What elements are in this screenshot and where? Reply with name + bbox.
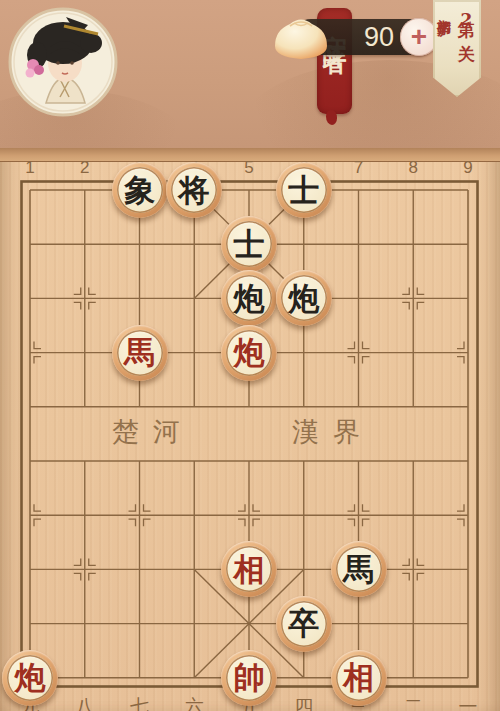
piece-black-general[interactable]: 将 <box>166 162 222 218</box>
file-labels-top: 123456789 <box>0 159 500 177</box>
piece-glyph: 炮 <box>226 330 272 376</box>
piece-red-horse[interactable]: 馬 <box>112 325 168 381</box>
file-label-top-8: 8 <box>399 159 427 177</box>
file-label-bottom-8: 二 <box>399 695 427 711</box>
file-label-bottom-6: 四 <box>290 695 318 711</box>
piece-glyph: 馬 <box>336 546 382 592</box>
file-label-bottom-2: 八 <box>71 695 99 711</box>
piece-glyph: 炮 <box>7 655 53 701</box>
file-label-top-2: 2 <box>71 159 99 177</box>
piece-black-cannon[interactable]: 炮 <box>221 270 277 326</box>
piece-black-advisor[interactable]: 士 <box>276 162 332 218</box>
file-label-top-9: 9 <box>454 159 482 177</box>
piece-glyph: 帥 <box>226 655 272 701</box>
piece-glyph: 象 <box>117 167 163 213</box>
piece-glyph: 相 <box>336 655 382 701</box>
game-screen: 守阵者 90 + <box>0 0 500 711</box>
bun-counter: 90 + <box>270 14 438 60</box>
file-label-bottom-9: 一 <box>454 695 482 711</box>
piece-glyph: 相 <box>226 546 272 592</box>
file-label-top-1: 1 <box>16 159 44 177</box>
piece-black-horse[interactable]: 馬 <box>331 541 387 597</box>
file-label-bottom-3: 七 <box>126 695 154 711</box>
river-label-right: 漢界 <box>278 414 388 450</box>
piece-glyph: 馬 <box>117 330 163 376</box>
avatar[interactable] <box>8 7 118 117</box>
piece-glyph: 士 <box>226 221 272 267</box>
piece-black-soldier[interactable]: 卒 <box>276 596 332 652</box>
avatar-portrait-icon <box>8 7 118 117</box>
piece-red-general[interactable]: 帥 <box>221 650 277 706</box>
level-subtitle: 初出茅庐 <box>436 7 454 97</box>
piece-glyph: 卒 <box>281 601 327 647</box>
file-label-top-5: 5 <box>235 159 263 177</box>
bun-icon <box>270 14 332 62</box>
river-label-left: 楚河 <box>98 414 208 450</box>
file-label-bottom-4: 六 <box>180 695 208 711</box>
piece-red-minister[interactable]: 相 <box>221 541 277 597</box>
piece-glyph: 士 <box>281 167 327 213</box>
header: 守阵者 90 + <box>0 0 500 148</box>
add-buns-button[interactable]: + <box>400 18 438 56</box>
piece-red-cannon[interactable]: 炮 <box>2 650 58 706</box>
piece-black-advisor[interactable]: 士 <box>221 216 277 272</box>
river: 楚河 漢界 <box>0 414 500 454</box>
piece-glyph: 炮 <box>226 275 272 321</box>
piece-red-minister[interactable]: 相 <box>331 650 387 706</box>
piece-black-cannon[interactable]: 炮 <box>276 270 332 326</box>
level-banner: 初出茅庐 第2关 <box>433 0 481 97</box>
board[interactable]: 123456789 楚河 漢界 九八七六五四三二一 象将士士炮炮馬炮相馬卒炮帥相 <box>0 148 500 711</box>
level-title: 第2关 <box>456 7 479 97</box>
piece-red-cannon[interactable]: 炮 <box>221 325 277 381</box>
piece-glyph: 炮 <box>281 275 327 321</box>
file-label-top-7: 7 <box>345 159 373 177</box>
piece-glyph: 将 <box>171 167 217 213</box>
piece-black-elephant[interactable]: 象 <box>112 162 168 218</box>
